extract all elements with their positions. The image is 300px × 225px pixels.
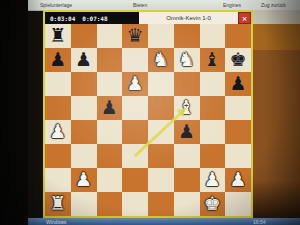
square-g4[interactable] <box>200 120 226 144</box>
piece-white-pawn[interactable]: ♟ <box>127 74 144 93</box>
taskbar-clock: 16:54 <box>253 219 266 225</box>
square-f1[interactable] <box>174 192 200 216</box>
square-h4[interactable] <box>225 120 251 144</box>
piece-black-pawn[interactable]: ♟ <box>230 74 247 93</box>
square-g6[interactable] <box>200 72 226 96</box>
square-h7[interactable]: ♚ <box>225 48 251 72</box>
piece-black-pawn[interactable]: ♟ <box>178 122 195 141</box>
square-h8[interactable] <box>225 24 251 48</box>
piece-white-bishop[interactable]: ♝ <box>178 98 195 117</box>
piece-black-rook[interactable]: ♜ <box>49 26 66 45</box>
piece-black-king[interactable]: ♚ <box>230 50 247 69</box>
piece-white-rook[interactable]: ♜ <box>49 194 66 213</box>
square-g1[interactable]: ♚ <box>200 192 226 216</box>
black-clock: 0:07:48 <box>82 15 107 22</box>
square-e7[interactable]: ♞ <box>148 48 174 72</box>
clock-panel: 0:03:04 0:07:48 <box>45 12 139 24</box>
menu-item-bieten[interactable]: Bieten <box>133 2 147 8</box>
square-f2[interactable] <box>174 168 200 192</box>
close-button[interactable]: ✕ <box>238 12 251 24</box>
square-e2[interactable] <box>148 168 174 192</box>
square-b4[interactable] <box>71 120 97 144</box>
square-f4[interactable]: ♟ <box>174 120 200 144</box>
piece-white-pawn[interactable]: ♟ <box>230 170 247 189</box>
square-b6[interactable] <box>71 72 97 96</box>
chess-board: ♜♛♟♟♞♞♝♚♟♟♟♝♟♟♟♟♟♜♚ <box>45 24 251 216</box>
square-a5[interactable] <box>45 96 71 120</box>
white-clock: 0:03:04 <box>50 15 75 22</box>
chess-game-window: 0:03:04 0:07:48 Omnik-Kevin 1-0 ✕ ♜♛♟♟♞♞… <box>43 10 253 218</box>
square-f8[interactable] <box>174 24 200 48</box>
square-g8[interactable] <box>200 24 226 48</box>
menu-item-engines[interactable]: Engines <box>223 2 241 8</box>
square-e6[interactable] <box>148 72 174 96</box>
piece-white-king[interactable]: ♚ <box>204 194 221 213</box>
square-f6[interactable] <box>174 72 200 96</box>
square-f3[interactable] <box>174 144 200 168</box>
square-d5[interactable] <box>122 96 148 120</box>
square-b8[interactable] <box>71 24 97 48</box>
square-a2[interactable] <box>45 168 71 192</box>
piece-white-knight[interactable]: ♞ <box>178 50 195 69</box>
close-icon: ✕ <box>242 15 247 22</box>
monitor-screen: SpielunterlageBietenEnginesZug zurück 0:… <box>0 0 300 225</box>
square-d6[interactable]: ♟ <box>122 72 148 96</box>
square-f5[interactable]: ♝ <box>174 96 200 120</box>
square-c5[interactable]: ♟ <box>97 96 123 120</box>
taskbar-window-button[interactable]: Windows <box>46 219 66 225</box>
taskbar: Windows 16:54 <box>28 218 300 225</box>
square-h1[interactable] <box>225 192 251 216</box>
piece-white-pawn[interactable]: ♟ <box>75 170 92 189</box>
monitor-bezel <box>0 0 28 225</box>
square-c6[interactable] <box>97 72 123 96</box>
desktop-right-area <box>253 10 300 218</box>
window-titlebar: 0:03:04 0:07:48 Omnik-Kevin 1-0 ✕ <box>45 12 251 24</box>
square-e4[interactable] <box>148 120 174 144</box>
menu-item-zug-zur-ck[interactable]: Zug zurück <box>261 2 286 8</box>
square-h5[interactable] <box>225 96 251 120</box>
square-b7[interactable]: ♟ <box>71 48 97 72</box>
square-g2[interactable]: ♟ <box>200 168 226 192</box>
square-b2[interactable]: ♟ <box>71 168 97 192</box>
square-h2[interactable]: ♟ <box>225 168 251 192</box>
piece-white-pawn[interactable]: ♟ <box>204 170 221 189</box>
square-a3[interactable] <box>45 144 71 168</box>
piece-white-knight[interactable]: ♞ <box>152 50 169 69</box>
piece-black-pawn[interactable]: ♟ <box>101 98 118 117</box>
square-c1[interactable] <box>97 192 123 216</box>
square-d2[interactable] <box>122 168 148 192</box>
square-a8[interactable]: ♜ <box>45 24 71 48</box>
square-b5[interactable] <box>71 96 97 120</box>
square-a7[interactable]: ♟ <box>45 48 71 72</box>
square-d4[interactable] <box>122 120 148 144</box>
square-f7[interactable]: ♞ <box>174 48 200 72</box>
square-e5[interactable] <box>148 96 174 120</box>
menu-item-spielunterlage[interactable]: Spielunterlage <box>40 2 72 8</box>
piece-black-pawn[interactable]: ♟ <box>49 50 66 69</box>
square-c2[interactable] <box>97 168 123 192</box>
square-a4[interactable]: ♟ <box>45 120 71 144</box>
piece-black-queen[interactable]: ♛ <box>127 26 144 45</box>
square-a6[interactable] <box>45 72 71 96</box>
square-d3[interactable] <box>122 144 148 168</box>
square-h6[interactable]: ♟ <box>225 72 251 96</box>
square-g7[interactable]: ♝ <box>200 48 226 72</box>
square-d7[interactable] <box>122 48 148 72</box>
square-b1[interactable] <box>71 192 97 216</box>
square-c8[interactable] <box>97 24 123 48</box>
square-b3[interactable] <box>71 144 97 168</box>
piece-black-pawn[interactable]: ♟ <box>75 50 92 69</box>
square-h3[interactable] <box>225 144 251 168</box>
square-c7[interactable] <box>97 48 123 72</box>
square-e8[interactable] <box>148 24 174 48</box>
square-a1[interactable]: ♜ <box>45 192 71 216</box>
game-title: Omnik-Kevin 1-0 <box>139 12 238 24</box>
piece-white-pawn[interactable]: ♟ <box>49 122 66 141</box>
square-g3[interactable] <box>200 144 226 168</box>
square-g5[interactable] <box>200 96 226 120</box>
square-d8[interactable]: ♛ <box>122 24 148 48</box>
square-c3[interactable] <box>97 144 123 168</box>
square-e3[interactable] <box>148 144 174 168</box>
piece-black-bishop[interactable]: ♝ <box>204 50 221 69</box>
square-c4[interactable] <box>97 120 123 144</box>
square-d1[interactable] <box>122 192 148 216</box>
square-e1[interactable] <box>148 192 174 216</box>
